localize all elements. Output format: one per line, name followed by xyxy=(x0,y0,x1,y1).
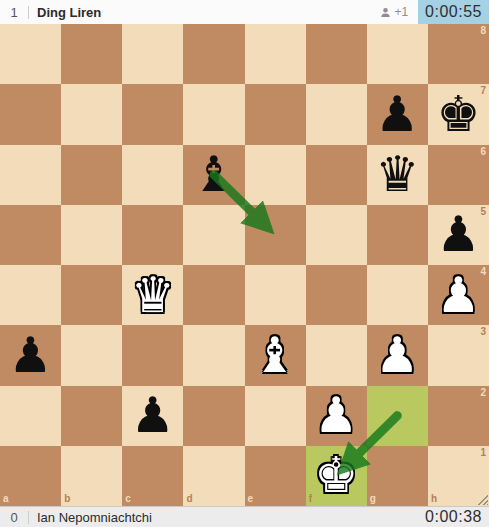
square-a2[interactable] xyxy=(0,386,61,446)
square-c3[interactable] xyxy=(122,325,183,385)
square-e6[interactable] xyxy=(245,145,306,205)
bottom-player-bar: 0 Ian Nepomniachtchi 0:00:38 xyxy=(0,506,489,527)
square-f7[interactable] xyxy=(306,84,367,144)
file-label-a: a xyxy=(3,494,9,504)
square-b7[interactable] xyxy=(61,84,122,144)
square-g7[interactable]: ♟ xyxy=(367,84,428,144)
square-c7[interactable] xyxy=(122,84,183,144)
square-c5[interactable] xyxy=(122,205,183,265)
top-player-score: 1 xyxy=(0,5,28,20)
spectator-icon xyxy=(380,7,391,18)
square-a7[interactable] xyxy=(0,84,61,144)
square-f6[interactable] xyxy=(306,145,367,205)
square-h2[interactable]: 2 xyxy=(428,386,489,446)
square-g8[interactable] xyxy=(367,24,428,84)
square-h8[interactable]: 8 xyxy=(428,24,489,84)
square-c6[interactable] xyxy=(122,145,183,205)
file-label-d: d xyxy=(186,494,192,504)
square-c2[interactable]: ♟ xyxy=(122,386,183,446)
file-label-g: g xyxy=(370,494,376,504)
top-player-name: Ding Liren xyxy=(37,5,101,20)
piece-black-pawn[interactable]: ♟ xyxy=(428,205,489,265)
square-a5[interactable] xyxy=(0,205,61,265)
piece-black-pawn[interactable]: ♟ xyxy=(0,325,61,385)
top-player-clock: 0:00:55 xyxy=(418,0,489,24)
square-h7[interactable]: 7♚ xyxy=(428,84,489,144)
piece-white-pawn[interactable]: ♟ xyxy=(367,325,428,385)
square-d3[interactable] xyxy=(183,325,244,385)
chess-game-widget: 1 Ding Liren +1 0:00:55 8♟7♚♝♛65♟♛4♟♟♝♟3… xyxy=(0,0,489,527)
square-e2[interactable] xyxy=(245,386,306,446)
square-h1[interactable]: h1 xyxy=(428,446,489,506)
rank-label-3: 3 xyxy=(480,327,486,337)
square-h4[interactable]: 4♟ xyxy=(428,265,489,325)
board-wrap: 8♟7♚♝♛65♟♛4♟♟♝♟3♟♟2abcdef♚gh1 xyxy=(0,24,489,506)
square-g6[interactable]: ♛ xyxy=(367,145,428,205)
file-label-b: b xyxy=(64,494,70,504)
square-g5[interactable] xyxy=(367,205,428,265)
square-d1[interactable]: d xyxy=(183,446,244,506)
square-e5[interactable] xyxy=(245,205,306,265)
square-e4[interactable] xyxy=(245,265,306,325)
square-b8[interactable] xyxy=(61,24,122,84)
square-d7[interactable] xyxy=(183,84,244,144)
top-player-bar: 1 Ding Liren +1 0:00:55 xyxy=(0,0,489,24)
square-d4[interactable] xyxy=(183,265,244,325)
square-a1[interactable]: a xyxy=(0,446,61,506)
square-f1[interactable]: f♚ xyxy=(306,446,367,506)
square-a4[interactable] xyxy=(0,265,61,325)
spectator-count: +1 xyxy=(394,5,408,19)
square-b4[interactable] xyxy=(61,265,122,325)
piece-black-pawn[interactable]: ♟ xyxy=(122,386,183,446)
square-d6[interactable]: ♝ xyxy=(183,145,244,205)
square-b5[interactable] xyxy=(61,205,122,265)
spectators: +1 xyxy=(380,5,408,19)
square-g3[interactable]: ♟ xyxy=(367,325,428,385)
square-c1[interactable]: c xyxy=(122,446,183,506)
square-f2[interactable]: ♟ xyxy=(306,386,367,446)
square-e1[interactable]: e xyxy=(245,446,306,506)
square-g2[interactable] xyxy=(367,386,428,446)
square-f4[interactable] xyxy=(306,265,367,325)
piece-white-pawn[interactable]: ♟ xyxy=(306,386,367,446)
file-label-h: h xyxy=(431,494,437,504)
square-g4[interactable] xyxy=(367,265,428,325)
square-h6[interactable]: 6 xyxy=(428,145,489,205)
piece-white-queen[interactable]: ♛ xyxy=(122,265,183,325)
square-e3[interactable]: ♝ xyxy=(245,325,306,385)
rank-label-6: 6 xyxy=(480,147,486,157)
square-d5[interactable] xyxy=(183,205,244,265)
square-c4[interactable]: ♛ xyxy=(122,265,183,325)
rank-label-8: 8 xyxy=(480,26,486,36)
score-separator xyxy=(28,511,29,524)
square-b1[interactable]: b xyxy=(61,446,122,506)
square-h3[interactable]: 3 xyxy=(428,325,489,385)
piece-white-bishop[interactable]: ♝ xyxy=(245,325,306,385)
square-d8[interactable] xyxy=(183,24,244,84)
file-label-c: c xyxy=(125,494,131,504)
file-label-e: e xyxy=(248,494,254,504)
piece-black-pawn[interactable]: ♟ xyxy=(367,84,428,144)
square-f5[interactable] xyxy=(306,205,367,265)
square-h5[interactable]: 5♟ xyxy=(428,205,489,265)
score-separator xyxy=(28,6,29,19)
piece-black-king[interactable]: ♚ xyxy=(428,84,489,144)
square-a3[interactable]: ♟ xyxy=(0,325,61,385)
square-a8[interactable] xyxy=(0,24,61,84)
bottom-player-score: 0 xyxy=(0,510,28,525)
board: 8♟7♚♝♛65♟♛4♟♟♝♟3♟♟2abcdef♚gh1 xyxy=(0,24,489,506)
bottom-player-clock: 0:00:38 xyxy=(418,507,489,527)
piece-white-pawn[interactable]: ♟ xyxy=(428,265,489,325)
square-e8[interactable] xyxy=(245,24,306,84)
square-d2[interactable] xyxy=(183,386,244,446)
bottom-player-name: Ian Nepomniachtchi xyxy=(37,510,152,525)
square-f3[interactable] xyxy=(306,325,367,385)
rank-label-1: 1 xyxy=(480,448,486,458)
square-g1[interactable]: g xyxy=(367,446,428,506)
square-b6[interactable] xyxy=(61,145,122,205)
piece-black-bishop[interactable]: ♝ xyxy=(183,145,244,205)
square-b3[interactable] xyxy=(61,325,122,385)
square-a6[interactable] xyxy=(0,145,61,205)
square-c8[interactable] xyxy=(122,24,183,84)
piece-black-queen[interactable]: ♛ xyxy=(367,145,428,205)
square-f8[interactable] xyxy=(306,24,367,84)
square-b2[interactable] xyxy=(61,386,122,446)
piece-white-king[interactable]: ♚ xyxy=(306,446,367,506)
rank-label-2: 2 xyxy=(480,388,486,398)
square-e7[interactable] xyxy=(245,84,306,144)
